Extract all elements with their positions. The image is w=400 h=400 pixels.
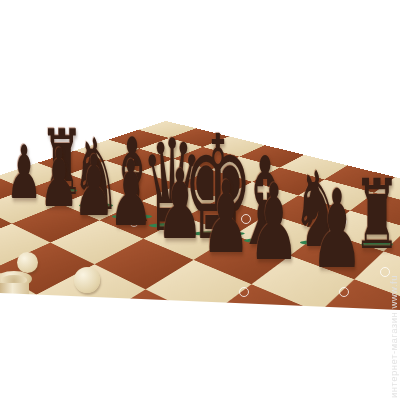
black-pawn-glyph: ♟ (310, 176, 364, 285)
chess-set-product-photo: ♜♞♝♛♚♝♞♜♟♟♟♟♟♟♟♟ интернет-магазин www.fu (0, 0, 400, 400)
white-rook-body (0, 283, 29, 299)
white-pawn-top-2 (74, 267, 100, 293)
board-square-e1 (0, 295, 88, 315)
shop-watermark-text: интернет-магазин www.fu (388, 186, 399, 398)
white-pawn-top (17, 252, 38, 273)
piece-black-pawn-h7: ♟ (288, 176, 385, 285)
watermark-ring-6 (239, 287, 249, 297)
board-scene: ♜♞♝♛♚♝♞♜♟♟♟♟♟♟♟♟ (0, 95, 400, 315)
board-square-h3 (276, 313, 399, 315)
white-rook-top (0, 271, 32, 297)
